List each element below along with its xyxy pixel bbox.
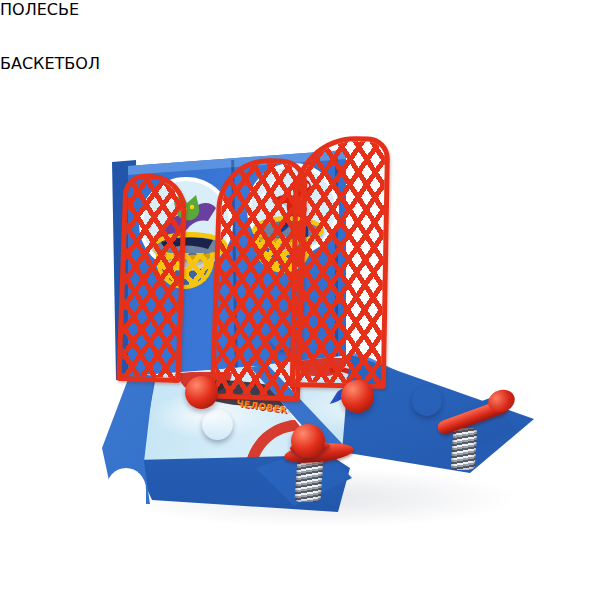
ball-red-left-lane[interactable] xyxy=(185,376,218,409)
ball-purple-right-lane[interactable] xyxy=(412,386,442,416)
toy-basketball-game-photo: ЧЕЛОВЕК-ПАУК ЧЕЛОВЕК-ПАУК xyxy=(0,0,600,600)
ball-red-on-launcher[interactable] xyxy=(291,424,325,458)
ball-purple-left-lane[interactable] xyxy=(202,409,233,440)
ball-red-right-lane[interactable] xyxy=(341,380,374,413)
balls-front-layer xyxy=(0,0,600,600)
